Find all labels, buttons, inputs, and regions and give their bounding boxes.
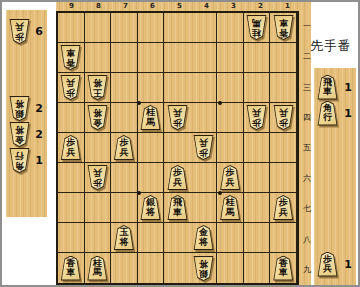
square-83[interactable]: 王将 bbox=[85, 73, 112, 103]
sente-hand-stand: 飛車1角行1 歩兵1 bbox=[314, 68, 356, 285]
square-78[interactable]: 玉将 bbox=[111, 223, 138, 253]
rank-label-3: 三 bbox=[301, 72, 313, 102]
shogi-diagram: 歩兵6 銀将2金将2角行1 987654321 一二三四五六七八九 桂馬香車香車… bbox=[0, 0, 360, 287]
square-57[interactable]: 飛車 bbox=[164, 193, 191, 223]
sente-hand-bishop: 角行1 bbox=[314, 100, 356, 126]
gote-hand-stand: 歩兵6 銀将2金将2角行1 bbox=[6, 10, 47, 217]
sente-hand-rook: 飛車1 bbox=[314, 74, 356, 100]
square-14[interactable]: 歩兵 bbox=[270, 103, 297, 133]
turn-indicator: 先手番 bbox=[311, 38, 352, 55]
file-label-3: 3 bbox=[220, 2, 247, 11]
square-48[interactable]: 金将 bbox=[191, 223, 218, 253]
square-47[interactable] bbox=[191, 193, 218, 223]
square-21[interactable]: 桂馬 bbox=[244, 13, 271, 43]
square-68[interactable] bbox=[138, 223, 165, 253]
square-17[interactable]: 歩兵 bbox=[270, 193, 297, 223]
square-46[interactable] bbox=[191, 163, 218, 193]
square-88[interactable] bbox=[85, 223, 112, 253]
square-93[interactable]: 歩兵 bbox=[58, 73, 85, 103]
square-45[interactable]: 歩兵 bbox=[191, 133, 218, 163]
sente-bishop-piece[interactable]: 角行 bbox=[317, 101, 338, 126]
square-66[interactable] bbox=[138, 163, 165, 193]
sente-knight-piece[interactable]: 桂馬 bbox=[87, 256, 108, 281]
hand-count: 2 bbox=[30, 102, 44, 115]
rank-label-5: 五 bbox=[301, 133, 313, 163]
file-label-4: 4 bbox=[193, 2, 220, 11]
square-11[interactable]: 香車 bbox=[270, 13, 297, 43]
square-73[interactable] bbox=[111, 73, 138, 103]
hand-count: 6 bbox=[30, 25, 44, 38]
hand-count: 1 bbox=[338, 81, 353, 94]
square-85[interactable] bbox=[85, 133, 112, 163]
gote-pawn-piece[interactable]: 歩兵 bbox=[87, 165, 108, 190]
square-82[interactable] bbox=[85, 43, 112, 73]
square-53[interactable] bbox=[164, 73, 191, 103]
gote-hand-bottom-group: 銀将2金将2角行1 bbox=[6, 95, 47, 173]
gote-hand-top-group: 歩兵6 bbox=[6, 18, 47, 44]
sente-gold-piece[interactable]: 金将 bbox=[193, 225, 214, 250]
square-13[interactable] bbox=[270, 73, 297, 103]
square-52[interactable] bbox=[164, 43, 191, 73]
square-16[interactable] bbox=[270, 163, 297, 193]
gote-silver-piece[interactable]: 銀将 bbox=[9, 96, 30, 121]
square-64[interactable]: 桂馬 bbox=[138, 103, 165, 133]
square-56[interactable]: 歩兵 bbox=[164, 163, 191, 193]
gote-hand-pawn: 歩兵6 bbox=[6, 18, 47, 44]
file-label-9: 9 bbox=[58, 2, 85, 11]
sente-knight-piece[interactable]: 桂馬 bbox=[140, 105, 161, 130]
gote-pawn-piece[interactable]: 歩兵 bbox=[273, 105, 294, 130]
gote-pawn-piece[interactable]: 歩兵 bbox=[167, 105, 188, 130]
gote-lance-piece[interactable]: 香車 bbox=[273, 15, 294, 40]
rank-label-8: 八 bbox=[301, 224, 313, 254]
star-point bbox=[218, 101, 222, 105]
square-32[interactable] bbox=[217, 43, 244, 73]
square-65[interactable] bbox=[138, 133, 165, 163]
sente-hand-top-group: 飛車1角行1 bbox=[314, 74, 356, 126]
square-39[interactable] bbox=[217, 253, 244, 283]
square-44[interactable] bbox=[191, 103, 218, 133]
rank-label-6: 六 bbox=[301, 163, 313, 193]
square-63[interactable] bbox=[138, 73, 165, 103]
square-77[interactable] bbox=[111, 193, 138, 223]
square-59[interactable] bbox=[164, 253, 191, 283]
sente-pawn-piece[interactable]: 歩兵 bbox=[113, 135, 134, 160]
gote-hand-silver: 銀将2 bbox=[6, 95, 47, 121]
rank-label-9: 九 bbox=[301, 255, 313, 285]
square-27[interactable] bbox=[244, 193, 271, 223]
square-76[interactable] bbox=[111, 163, 138, 193]
file-label-7: 7 bbox=[112, 2, 139, 11]
gote-knight-piece[interactable]: 桂馬 bbox=[246, 15, 267, 40]
sente-hand-bottom-group: 歩兵1 bbox=[314, 251, 356, 277]
square-28[interactable] bbox=[244, 223, 271, 253]
square-18[interactable] bbox=[270, 223, 297, 253]
hand-count: 1 bbox=[338, 258, 353, 271]
sente-rook-piece[interactable]: 飛車 bbox=[167, 195, 188, 220]
square-84[interactable]: 金将 bbox=[85, 103, 112, 133]
square-91[interactable] bbox=[58, 13, 85, 43]
sente-pawn-piece[interactable]: 歩兵 bbox=[273, 195, 294, 220]
sente-lance-piece[interactable]: 香車 bbox=[60, 256, 81, 281]
square-37[interactable]: 桂馬 bbox=[217, 193, 244, 223]
square-61[interactable] bbox=[138, 13, 165, 43]
square-38[interactable] bbox=[217, 223, 244, 253]
file-label-5: 5 bbox=[166, 2, 193, 11]
square-89[interactable]: 桂馬 bbox=[85, 253, 112, 283]
file-label-2: 2 bbox=[247, 2, 274, 11]
file-label-8: 8 bbox=[85, 2, 112, 11]
gote-silver-piece[interactable]: 銀将 bbox=[193, 256, 214, 281]
square-22[interactable] bbox=[244, 43, 271, 73]
sente-pawn-piece[interactable]: 歩兵 bbox=[60, 135, 81, 160]
square-95[interactable]: 歩兵 bbox=[58, 133, 85, 163]
board-grid: 桂馬香車香車歩兵王将金将桂馬歩兵歩兵歩兵歩兵歩兵歩兵歩兵歩兵歩兵銀将飛車桂馬歩兵… bbox=[56, 11, 299, 285]
gote-gold-piece[interactable]: 金将 bbox=[9, 122, 30, 147]
square-23[interactable] bbox=[244, 73, 271, 103]
gote-pawn-piece[interactable]: 歩兵 bbox=[246, 105, 267, 130]
hand-count: 1 bbox=[338, 107, 353, 120]
file-label-6: 6 bbox=[139, 2, 166, 11]
square-35[interactable] bbox=[217, 133, 244, 163]
square-42[interactable] bbox=[191, 43, 218, 73]
gote-bishop-piece[interactable]: 角行 bbox=[9, 148, 30, 173]
square-81[interactable] bbox=[85, 13, 112, 43]
square-58[interactable] bbox=[164, 223, 191, 253]
square-99[interactable]: 香車 bbox=[58, 253, 85, 283]
square-69[interactable] bbox=[138, 253, 165, 283]
square-49[interactable]: 銀将 bbox=[191, 253, 218, 283]
gote-gold-piece[interactable]: 金将 bbox=[87, 105, 108, 130]
square-87[interactable] bbox=[85, 193, 112, 223]
square-51[interactable] bbox=[164, 13, 191, 43]
square-92[interactable]: 香車 bbox=[58, 43, 85, 73]
sente-rook-piece[interactable]: 飛車 bbox=[317, 75, 338, 100]
square-34[interactable] bbox=[217, 103, 244, 133]
square-12[interactable] bbox=[270, 43, 297, 73]
file-labels: 987654321 bbox=[58, 2, 301, 11]
square-72[interactable] bbox=[111, 43, 138, 73]
gote-hand-gold: 金将2 bbox=[6, 121, 47, 147]
sente-king-piece[interactable]: 玉将 bbox=[113, 225, 134, 250]
square-19[interactable]: 香車 bbox=[270, 253, 297, 283]
gote-hand-bishop: 角行1 bbox=[6, 147, 47, 173]
sente-pawn-piece[interactable]: 歩兵 bbox=[220, 165, 241, 190]
square-31[interactable] bbox=[217, 13, 244, 43]
square-74[interactable] bbox=[111, 103, 138, 133]
square-94[interactable] bbox=[58, 103, 85, 133]
square-97[interactable] bbox=[58, 193, 85, 223]
rank-label-1: 一 bbox=[301, 11, 313, 41]
sente-lance-piece[interactable]: 香車 bbox=[273, 256, 294, 281]
gote-pawn-piece[interactable]: 歩兵 bbox=[9, 19, 30, 44]
sente-pawn-piece[interactable]: 歩兵 bbox=[167, 165, 188, 190]
square-55[interactable] bbox=[164, 133, 191, 163]
square-96[interactable] bbox=[58, 163, 85, 193]
square-98[interactable] bbox=[58, 223, 85, 253]
gote-lance-piece[interactable]: 香車 bbox=[60, 45, 81, 70]
sente-pawn-piece[interactable]: 歩兵 bbox=[317, 252, 338, 277]
hand-count: 2 bbox=[30, 128, 44, 141]
square-41[interactable] bbox=[191, 13, 218, 43]
square-36[interactable]: 歩兵 bbox=[217, 163, 244, 193]
square-79[interactable] bbox=[111, 253, 138, 283]
square-67[interactable]: 銀将 bbox=[138, 193, 165, 223]
gote-pawn-piece[interactable]: 歩兵 bbox=[60, 75, 81, 100]
file-label-1: 1 bbox=[274, 2, 301, 11]
square-71[interactable] bbox=[111, 13, 138, 43]
gote-king-piece[interactable]: 王将 bbox=[87, 75, 108, 100]
square-15[interactable] bbox=[270, 133, 297, 163]
hand-count: 1 bbox=[30, 154, 44, 167]
square-75[interactable]: 歩兵 bbox=[111, 133, 138, 163]
gote-pawn-piece[interactable]: 歩兵 bbox=[193, 135, 214, 160]
sente-knight-piece[interactable]: 桂馬 bbox=[220, 195, 241, 220]
square-62[interactable] bbox=[138, 43, 165, 73]
square-54[interactable]: 歩兵 bbox=[164, 103, 191, 133]
shogi-board: 987654321 一二三四五六七八九 桂馬香車香車歩兵王将金将桂馬歩兵歩兵歩兵… bbox=[56, 2, 311, 285]
square-26[interactable] bbox=[244, 163, 271, 193]
sente-hand-pawn: 歩兵1 bbox=[314, 251, 356, 277]
square-29[interactable] bbox=[244, 253, 271, 283]
square-25[interactable] bbox=[244, 133, 271, 163]
rank-label-7: 七 bbox=[301, 194, 313, 224]
square-33[interactable] bbox=[217, 73, 244, 103]
square-43[interactable] bbox=[191, 73, 218, 103]
sente-silver-piece[interactable]: 銀将 bbox=[140, 195, 161, 220]
square-86[interactable]: 歩兵 bbox=[85, 163, 112, 193]
rank-label-4: 四 bbox=[301, 102, 313, 132]
square-24[interactable]: 歩兵 bbox=[244, 103, 271, 133]
